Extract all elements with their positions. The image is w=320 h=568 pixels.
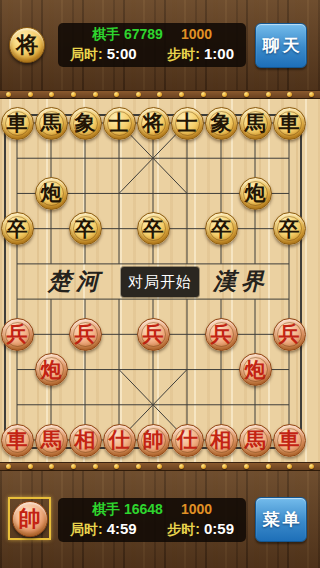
board-piece[interactable]: 兵 (205, 318, 238, 351)
board-piece[interactable]: 馬 (35, 107, 68, 140)
gold-stud-icon (244, 92, 249, 97)
gold-stud-icon (266, 92, 271, 97)
gold-stud-icon (157, 92, 162, 97)
board-piece[interactable]: 卒 (69, 212, 102, 245)
player-piece-icon: 帥 (12, 501, 48, 537)
board-piece[interactable]: 炮 (35, 353, 68, 386)
gold-stud-icon (136, 92, 141, 97)
gold-stud-icon (222, 92, 227, 97)
board-piece[interactable]: 馬 (35, 424, 68, 457)
opponent-identity-line: 棋手 67789 1000 (68, 26, 236, 44)
gold-stud-icon (179, 464, 184, 469)
board-piece[interactable]: 炮 (239, 177, 272, 210)
xiangqi-board[interactable]: 楚河 漢界 車馬象士将士象馬車炮炮卒卒卒卒卒兵兵兵兵兵炮炮車馬相仕帥仕相馬車 对… (0, 99, 320, 462)
player-clocks-line: 局时: 4:59 步时: 0:59 (68, 520, 236, 539)
gold-stud-icon (28, 464, 33, 469)
gold-stud-icon (179, 92, 184, 97)
player-identity-line: 棋手 16648 1000 (68, 501, 236, 519)
board-piece[interactable]: 士 (171, 107, 204, 140)
board-piece[interactable]: 卒 (205, 212, 238, 245)
gold-stud-icon (93, 464, 98, 469)
board-piece[interactable]: 車 (273, 424, 306, 457)
player-id: 16648 (124, 501, 163, 517)
board-piece[interactable]: 兵 (69, 318, 102, 351)
opponent-bar: 将 棋手 67789 1000 局时: 5:00 步时: 1:00 聊天 (0, 0, 320, 90)
opponent-id: 67789 (124, 26, 163, 42)
gold-stud-icon (71, 464, 76, 469)
chat-button[interactable]: 聊天 (255, 23, 307, 68)
river-label-chu-he: 楚河 (48, 267, 104, 297)
turn-indicator-frame: 帥 (8, 497, 51, 540)
xiangqi-game-screen: 将 棋手 67789 1000 局时: 5:00 步时: 1:00 聊天 (0, 0, 320, 568)
player-label: 棋手 (92, 501, 120, 519)
gold-stud-icon (201, 92, 206, 97)
opponent-info-panel: 棋手 67789 1000 局时: 5:00 步时: 1:00 (58, 23, 246, 67)
gold-stud-icon (93, 92, 98, 97)
board-piece[interactable]: 士 (103, 107, 136, 140)
game-start-toast: 对局开始 (121, 267, 199, 297)
opponent-game-time: 5:00 (107, 45, 137, 62)
board-frame-studs-bottom (0, 462, 320, 471)
board-piece[interactable]: 仕 (171, 424, 204, 457)
board-piece[interactable]: 象 (69, 107, 102, 140)
board-piece[interactable]: 兵 (137, 318, 170, 351)
board-piece[interactable]: 馬 (239, 424, 272, 457)
board-piece[interactable]: 仕 (103, 424, 136, 457)
player-rating: 1000 (181, 501, 212, 517)
board-piece[interactable]: 卒 (1, 212, 34, 245)
gold-stud-icon (266, 464, 271, 469)
player-game-time: 4:59 (107, 520, 137, 537)
gold-stud-icon (6, 464, 11, 469)
opponent-move-time: 1:00 (204, 45, 234, 62)
gold-stud-icon (244, 464, 249, 469)
gold-stud-icon (157, 464, 162, 469)
board-piece[interactable]: 卒 (273, 212, 306, 245)
player-info-panel: 棋手 16648 1000 局时: 4:59 步时: 0:59 (58, 498, 246, 542)
opponent-rating: 1000 (181, 26, 212, 42)
board-piece[interactable]: 炮 (35, 177, 68, 210)
opponent-move-time-label: 步时: (167, 46, 200, 64)
gold-stud-icon (201, 464, 206, 469)
river-label-han-jie: 漢界 (213, 267, 269, 297)
gold-stud-icon (287, 92, 292, 97)
gold-stud-icon (71, 92, 76, 97)
gold-stud-icon (309, 464, 314, 469)
board-piece[interactable]: 将 (137, 107, 170, 140)
board-piece[interactable]: 車 (1, 424, 34, 457)
board-frame-studs-top (0, 90, 320, 99)
opponent-piece-icon: 将 (9, 27, 45, 63)
gold-stud-icon (114, 92, 119, 97)
player-move-time: 0:59 (204, 520, 234, 537)
gold-stud-icon (49, 464, 54, 469)
board-piece[interactable]: 車 (273, 107, 306, 140)
board-piece[interactable]: 相 (69, 424, 102, 457)
opponent-label: 棋手 (92, 26, 120, 44)
board-piece[interactable]: 炮 (239, 353, 272, 386)
board-piece[interactable]: 帥 (137, 424, 170, 457)
board-piece[interactable]: 兵 (273, 318, 306, 351)
board-piece[interactable]: 卒 (137, 212, 170, 245)
player-move-time-label: 步时: (167, 521, 200, 539)
gold-stud-icon (6, 92, 11, 97)
board-piece[interactable]: 兵 (1, 318, 34, 351)
player-bar: 帥 棋手 16648 1000 局时: 4:59 步时: 0:59 菜单 (0, 471, 320, 568)
opponent-game-time-label: 局时: (70, 46, 103, 64)
gold-stud-icon (222, 464, 227, 469)
menu-button[interactable]: 菜单 (255, 497, 307, 542)
gold-stud-icon (287, 464, 292, 469)
board-piece[interactable]: 馬 (239, 107, 272, 140)
opponent-clocks-line: 局时: 5:00 步时: 1:00 (68, 45, 236, 64)
player-game-time-label: 局时: (70, 521, 103, 539)
board-piece[interactable]: 象 (205, 107, 238, 140)
board-piece[interactable]: 車 (1, 107, 34, 140)
gold-stud-icon (114, 464, 119, 469)
gold-stud-icon (49, 92, 54, 97)
gold-stud-icon (28, 92, 33, 97)
board-piece[interactable]: 相 (205, 424, 238, 457)
gold-stud-icon (136, 464, 141, 469)
gold-stud-icon (309, 92, 314, 97)
